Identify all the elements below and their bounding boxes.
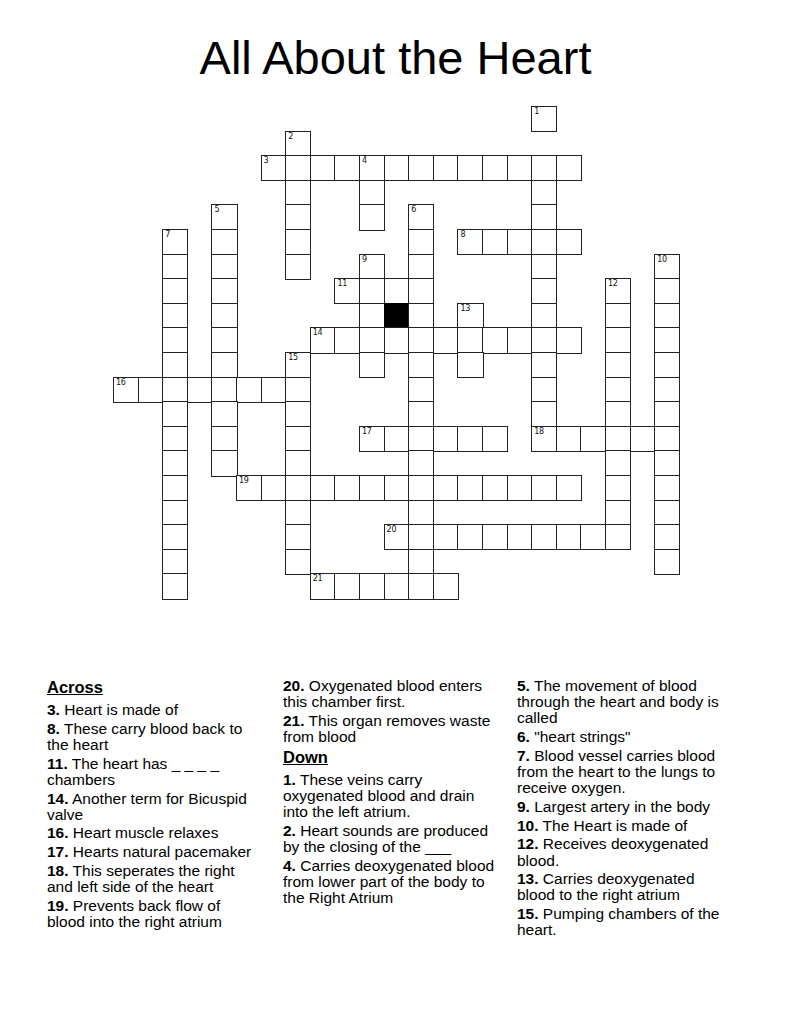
clue-number: 4. [283,857,296,874]
grid-cell[interactable] [162,524,188,550]
clue-text: Prevents back flow of blood into the rig… [47,897,222,930]
cell-number: 9 [362,256,367,264]
grid-cell[interactable] [359,204,385,230]
grid-cell[interactable] [408,229,434,255]
grid-cell[interactable] [605,401,631,427]
grid-cell[interactable] [408,327,434,353]
grid-cell[interactable] [359,278,385,304]
cell-number: 1 [534,108,539,116]
grid-cell[interactable] [285,426,311,452]
grid-cell[interactable] [285,204,311,230]
cell-number: 11 [337,280,347,288]
clue-number: 19. [47,897,69,914]
clue-text: Receives deoxygenated blood. [517,835,708,868]
grid-cell[interactable] [162,401,188,427]
grid-cell[interactable] [507,524,533,550]
grid-cell[interactable] [433,327,459,353]
grid-cell[interactable] [162,426,188,452]
grid-cell[interactable] [580,524,606,550]
grid-cell[interactable] [162,254,188,280]
clue-text: Heart is made of [60,701,178,718]
grid-cell[interactable] [334,573,360,599]
grid-cell[interactable] [482,426,508,452]
grid-cell[interactable] [408,352,434,378]
grid-cell[interactable]: 21 [310,573,336,599]
grid-cell[interactable] [285,401,311,427]
grid-cell[interactable] [384,278,410,304]
grid-cell[interactable] [654,377,680,403]
grid-cell[interactable] [334,327,360,353]
clue-across-11: 11. The heart has _ _ _ _ chambers [47,756,257,788]
grid-cell[interactable] [654,500,680,526]
grid-cell[interactable]: 15 [285,352,311,378]
black-cell [384,303,410,329]
cell-number: 12 [608,280,618,288]
clue-column-3: 5. The movement of blood through the hea… [517,678,731,941]
grid-cell[interactable] [384,426,410,452]
grid-cell[interactable] [408,303,434,329]
cell-number: 6 [411,206,416,214]
grid-cell[interactable] [630,426,656,452]
grid-cell[interactable]: 4 [359,155,385,181]
clue-number: 3. [47,701,60,718]
clue-text: These carry blood back to the heart [47,720,242,753]
grid-cell[interactable]: 12 [605,278,631,304]
clue-text: Heart muscle relaxes [69,824,219,841]
grid-cell[interactable] [654,450,680,476]
grid-cell[interactable] [384,573,410,599]
clue-number: 21. [283,712,305,729]
grid-cell[interactable]: 2 [285,131,311,157]
grid-cell[interactable] [211,450,237,476]
clue-across-21: 21. This organ removes waste from blood [283,713,499,745]
grid-cell[interactable]: 5 [211,204,237,230]
grid-cell[interactable] [531,377,557,403]
grid-cell[interactable] [556,155,582,181]
cell-number: 15 [288,354,298,362]
grid-cell[interactable] [531,204,557,230]
grid-cell[interactable] [211,229,237,255]
grid-cell[interactable] [457,327,483,353]
grid-cell[interactable] [285,254,311,280]
clue-down-4: 4. Carries deoxygenated blood from lower… [283,858,499,907]
grid-cell[interactable] [605,450,631,476]
grid-cell[interactable] [531,180,557,206]
grid-cell[interactable] [162,303,188,329]
grid-cell[interactable] [162,450,188,476]
grid-cell[interactable] [556,475,582,501]
grid-cell[interactable]: 8 [457,229,483,255]
clue-down-15: 15. Pumping chambers of the heart. [517,906,731,938]
grid-cell[interactable] [285,180,311,206]
grid-cell[interactable] [384,475,410,501]
clue-across-3: 3. Heart is made of [47,702,257,718]
clue-across-20: 20. Oxygenated blood enters this chamber… [283,678,499,710]
grid-cell[interactable] [457,155,483,181]
clue-text: These veins carry oxygenated blood and d… [283,771,474,820]
grid-cell[interactable]: 17 [359,426,385,452]
clue-text: The heart has _ _ _ _ chambers [47,755,219,788]
grid-cell[interactable] [482,475,508,501]
clue-number: 20. [283,677,305,694]
clue-text: This organ removes waste from blood [283,712,490,745]
clue-text: Largest artery in the body [530,798,710,815]
grid-cell[interactable] [605,475,631,501]
grid-cell[interactable] [408,401,434,427]
grid-cell[interactable] [285,475,311,501]
clue-across-18: 18. This seperates the right and left si… [47,863,257,895]
grid-cell[interactable] [285,229,311,255]
grid-cell[interactable] [482,155,508,181]
clue-number: 12. [517,835,539,852]
grid-cell[interactable]: 9 [359,254,385,280]
clue-number: 7. [517,747,530,764]
grid-cell[interactable] [162,475,188,501]
grid-cell[interactable] [605,303,631,329]
grid-cell[interactable] [162,352,188,378]
grid-cell[interactable]: 6 [408,204,434,230]
grid-cell[interactable] [580,426,606,452]
clue-number: 16. [47,824,69,841]
grid-cell[interactable] [654,278,680,304]
grid-cell[interactable] [236,377,262,403]
clue-number: 9. [517,798,530,815]
clue-number: 10. [517,817,539,834]
grid-cell[interactable] [285,450,311,476]
grid-cell[interactable]: 16 [113,377,139,403]
cell-number: 19 [239,477,249,485]
grid-cell[interactable] [408,278,434,304]
grid-cell[interactable] [507,229,533,255]
clue-header-across: Across [47,678,257,697]
grid-cell[interactable] [211,377,237,403]
grid-cell[interactable]: 1 [531,106,557,132]
clue-text: Oxygenated blood enters this chamber fir… [283,677,482,710]
grid-cell[interactable] [359,327,385,353]
clue-number: 13. [517,870,539,887]
clue-down-6: 6. "heart strings" [517,729,731,745]
grid-cell[interactable] [408,450,434,476]
clue-number: 5. [517,677,530,694]
grid-cell[interactable] [457,426,483,452]
grid-cell[interactable] [285,377,311,403]
grid-cell[interactable] [310,155,336,181]
clue-down-13: 13. Carries deoxygenated blood to the ri… [517,871,731,903]
grid-cell[interactable] [408,426,434,452]
grid-cell[interactable] [408,524,434,550]
clue-number: 1. [283,771,296,788]
grid-cell[interactable] [359,573,385,599]
clue-text: This seperates the right and left side o… [47,862,235,895]
grid-cell[interactable] [605,352,631,378]
grid-cell[interactable] [162,500,188,526]
grid-cell[interactable] [531,254,557,280]
clue-text: The Heart is made of [539,817,688,834]
grid-cell[interactable] [556,426,582,452]
grid-cell[interactable] [334,155,360,181]
clue-down-12: 12. Receives deoxygenated blood. [517,836,731,868]
grid-cell[interactable] [261,377,287,403]
grid-cell[interactable] [605,426,631,452]
clue-down-9: 9. Largest artery in the body [517,799,731,815]
grid-cell[interactable] [605,377,631,403]
grid-cell[interactable] [408,155,434,181]
grid-cell[interactable]: 20 [384,524,410,550]
cell-number: 8 [460,231,465,239]
grid-cell[interactable] [162,278,188,304]
grid-cell[interactable] [162,549,188,575]
clue-down-10: 10. The Heart is made of [517,818,731,834]
grid-cell[interactable] [384,327,410,353]
grid-cell[interactable] [408,377,434,403]
grid-cell[interactable] [531,155,557,181]
grid-cell[interactable] [531,327,557,353]
clue-across-8: 8. These carry blood back to the heart [47,721,257,753]
grid-cell[interactable] [285,155,311,181]
grid-cell[interactable] [408,573,434,599]
cell-number: 7 [165,231,170,239]
clue-number: 18. [47,862,69,879]
grid-cell[interactable] [285,549,311,575]
clue-down-1: 1. These veins carry oxygenated blood an… [283,772,499,821]
clue-number: 14. [47,790,69,807]
clue-column-2: 20. Oxygenated blood enters this chamber… [283,678,499,909]
clue-number: 11. [47,755,68,772]
clue-text: "heart strings" [530,728,631,745]
clue-across-17: 17. Hearts natural pacemaker [47,844,257,860]
grid-cell[interactable]: 18 [531,426,557,452]
clue-text: Pumping chambers of the heart. [517,905,720,938]
grid-cell[interactable] [408,475,434,501]
clue-across-14: 14. Another term for Bicuspid valve [47,791,257,823]
grid-cell[interactable] [261,475,287,501]
grid-cell[interactable] [531,352,557,378]
grid-cell[interactable] [384,155,410,181]
clue-text: Carries deoxygenated blood from lower pa… [283,857,494,906]
cell-number: 5 [214,206,219,214]
grid-cell[interactable] [482,524,508,550]
grid-cell[interactable] [211,254,237,280]
clue-across-16: 16. Heart muscle relaxes [47,825,257,841]
grid-cell[interactable] [482,327,508,353]
grid-cell[interactable] [605,524,631,550]
grid-cell[interactable] [408,500,434,526]
grid-cell[interactable]: 19 [236,475,262,501]
cell-number: 13 [460,305,470,313]
clue-column-1: Across3. Heart is made of8. These carry … [47,678,257,933]
grid-cell[interactable] [654,475,680,501]
grid-cell[interactable] [162,377,188,403]
clue-number: 6. [517,728,530,745]
clue-text: Hearts natural pacemaker [69,843,252,860]
clue-down-7: 7. Blood vessel carries blood from the h… [517,748,731,797]
grid-cell[interactable] [408,549,434,575]
grid-cell[interactable] [556,229,582,255]
clue-text: Another term for Bicuspid valve [47,790,247,823]
grid-cell[interactable] [605,500,631,526]
grid-cell[interactable] [507,155,533,181]
cell-number: 2 [288,133,293,141]
grid-cell[interactable] [531,401,557,427]
grid-cell[interactable] [359,180,385,206]
grid-cell[interactable] [211,426,237,452]
cell-number: 21 [313,575,323,583]
clue-number: 15. [517,905,539,922]
cell-number: 4 [362,157,367,165]
grid-cell[interactable] [507,327,533,353]
grid-cell[interactable] [211,278,237,304]
grid-cell[interactable] [433,475,459,501]
grid-cell[interactable] [531,229,557,255]
cell-number: 18 [534,428,544,436]
grid-cell[interactable] [211,327,237,353]
grid-cell[interactable]: 13 [457,303,483,329]
clue-text: The movement of blood through the heart … [517,677,719,726]
clue-header-down: Down [283,748,499,767]
grid-cell[interactable] [359,475,385,501]
cell-number: 14 [313,329,323,337]
grid-cell[interactable] [654,352,680,378]
grid-cell[interactable] [556,327,582,353]
crossword-page: { "game": "crossword", "title": "All Abo… [0,0,791,1024]
grid-cell[interactable] [187,377,213,403]
crossword-grid: 123456789101112131415161718192021 [113,106,681,600]
grid-cell[interactable]: 3 [261,155,287,181]
grid-cell[interactable] [162,327,188,353]
clue-text: Heart sounds are produced by the closing… [283,822,488,855]
grid-cell[interactable] [654,327,680,353]
clue-number: 17. [47,843,69,860]
grid-cell[interactable]: 7 [162,229,188,255]
clue-down-2: 2. Heart sounds are produced by the clos… [283,823,499,855]
grid-cell[interactable] [605,327,631,353]
grid-cell[interactable] [433,426,459,452]
grid-cell[interactable] [138,377,164,403]
grid-cell[interactable] [556,524,582,550]
clue-number: 2. [283,822,296,839]
grid-cell[interactable] [433,155,459,181]
cell-number: 3 [264,157,269,165]
grid-cell[interactable] [507,475,533,501]
grid-cell[interactable] [457,524,483,550]
cell-number: 16 [116,379,126,387]
clue-across-19: 19. Prevents back flow of blood into the… [47,898,257,930]
cell-number: 10 [657,256,667,264]
clue-down-5: 5. The movement of blood through the hea… [517,678,731,727]
grid-cell[interactable]: 10 [654,254,680,280]
grid-cell[interactable] [654,549,680,575]
grid-cell[interactable] [654,426,680,452]
clue-text: Blood vessel carries blood from the hear… [517,747,715,796]
grid-cell[interactable] [359,352,385,378]
grid-cell[interactable]: 11 [334,278,360,304]
grid-cell[interactable] [310,475,336,501]
grid-cell[interactable] [531,303,557,329]
grid-cell[interactable] [457,475,483,501]
grid-cell[interactable] [408,254,434,280]
grid-cell[interactable] [211,303,237,329]
grid-cell[interactable] [433,573,459,599]
grid-cell[interactable] [334,475,360,501]
grid-cell[interactable]: 14 [310,327,336,353]
grid-cell[interactable] [433,524,459,550]
grid-cell[interactable] [285,524,311,550]
clue-text: Carries deoxygenated blood to the right … [517,870,695,903]
page-title: All About the Heart [0,30,791,85]
cell-number: 17 [362,428,372,436]
clue-number: 8. [47,720,60,737]
grid-cell[interactable] [654,401,680,427]
grid-cell[interactable] [457,352,483,378]
grid-cell[interactable] [211,352,237,378]
grid-cell[interactable] [531,524,557,550]
grid-cell[interactable] [162,573,188,599]
grid-cell[interactable] [211,401,237,427]
grid-cell[interactable] [482,229,508,255]
cell-number: 20 [387,526,397,534]
grid-cell[interactable] [654,303,680,329]
grid-cell[interactable] [531,278,557,304]
grid-cell[interactable] [285,500,311,526]
grid-cell[interactable] [654,524,680,550]
grid-cell[interactable] [531,475,557,501]
grid-cell[interactable] [359,303,385,329]
